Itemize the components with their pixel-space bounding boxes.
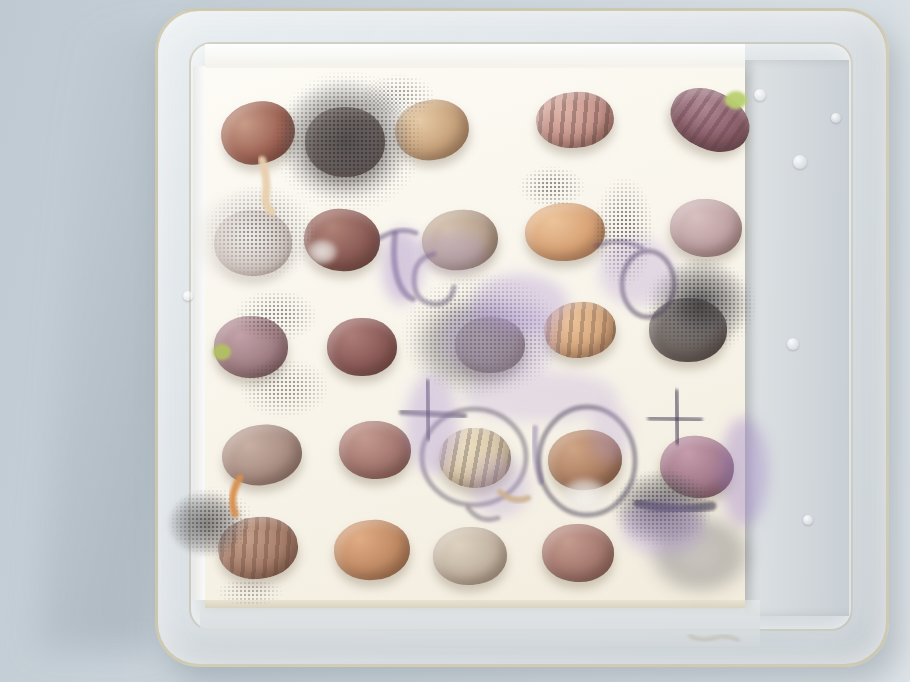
bean-r2c1: [214, 210, 292, 276]
condensation-droplet-3: [831, 113, 841, 123]
bean-r4c3: [439, 428, 511, 488]
mold-smudge-bottom-right: [645, 511, 755, 597]
condensation-droplet-1: [787, 338, 799, 350]
condensation-droplet-2: [183, 291, 193, 301]
bean-r3c4: [542, 299, 619, 361]
bean-r2c2: [301, 206, 382, 274]
condensation-droplet-5: [803, 515, 813, 525]
bean-r4c4: [546, 427, 625, 493]
bean-r5c3: [432, 526, 508, 587]
bean-r5c2: [332, 517, 412, 582]
specimen-layer: [0, 0, 910, 682]
bean-r1c3: [390, 94, 473, 166]
bean-r4c2: [338, 419, 413, 481]
photo-bean-germination-tray: [0, 0, 910, 682]
condensation-droplet-0: [793, 155, 807, 169]
bean-r2c5: [669, 197, 744, 259]
bean-r3c5: [649, 298, 727, 362]
bean-r1c5: [661, 76, 760, 163]
condensation-droplet-4: [754, 89, 766, 101]
bean-r3c2: [327, 318, 397, 376]
bean-r2c3: [418, 205, 502, 275]
bean-r3c1: [214, 316, 288, 378]
bean-r3c3: [455, 317, 525, 373]
bean-r1c2: [305, 107, 385, 177]
bean-r4c5: [656, 431, 738, 503]
bean-r4c1: [218, 420, 306, 491]
mold-speckle-mid-top: [517, 165, 587, 209]
bean-r5c4: [541, 523, 615, 583]
bean-r2c4: [524, 201, 607, 263]
bean-r1c1: [214, 93, 302, 172]
mold-speckle-bottom-left: [215, 577, 285, 607]
bean-r1c4: [534, 89, 617, 152]
bean-r5c1: [215, 513, 301, 583]
